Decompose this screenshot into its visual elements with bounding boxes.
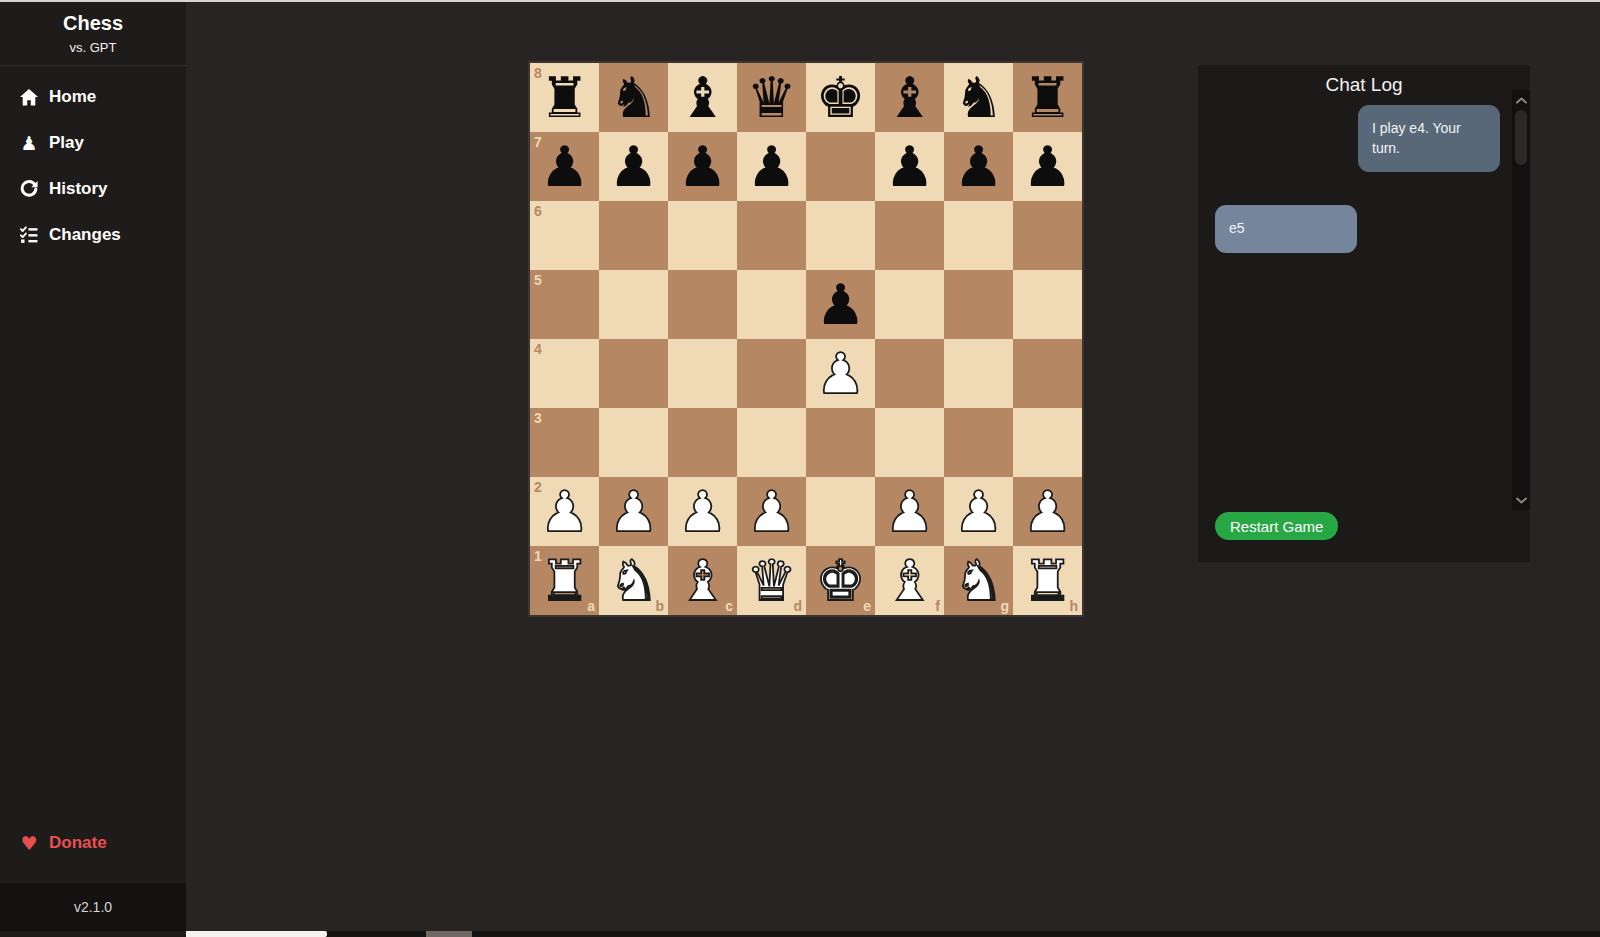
sidebar-item-history[interactable]: History [0,166,186,212]
square-a1[interactable]: 1a♜ [530,546,599,615]
version-strip: v2.1.0 [0,883,186,931]
app-title: Chess [0,12,186,35]
chat-panel: Chat Log I play e4. Your turn.e5 Restart… [1198,65,1530,562]
square-f5[interactable] [875,270,944,339]
square-e1[interactable]: e♚ [806,546,875,615]
sidebar-item-label: Home [49,87,96,107]
piece-black-rook: ♜ [1013,63,1082,132]
square-a6[interactable]: 6 [530,201,599,270]
piece-white-bishop: ♝ [875,546,944,615]
history-icon [19,180,39,198]
piece-white-king: ♚ [806,546,875,615]
piece-black-pawn: ♟ [944,132,1013,201]
square-a7[interactable]: 7♟ [530,132,599,201]
square-a4[interactable]: 4 [530,339,599,408]
rank-label: 5 [534,273,542,287]
square-h4[interactable] [1013,339,1082,408]
square-h7[interactable]: ♟ [1013,132,1082,201]
square-h6[interactable] [1013,201,1082,270]
square-c7[interactable]: ♟ [668,132,737,201]
piece-white-pawn: ♟ [599,477,668,546]
square-b7[interactable]: ♟ [599,132,668,201]
chat-scrollbar-thumb[interactable] [1515,110,1527,165]
piece-black-pawn: ♟ [737,132,806,201]
square-e7[interactable] [806,132,875,201]
square-e3[interactable] [806,408,875,477]
square-c1[interactable]: c♝ [668,546,737,615]
square-f1[interactable]: f♝ [875,546,944,615]
square-b4[interactable] [599,339,668,408]
piece-black-pawn: ♟ [1013,132,1082,201]
piece-white-rook: ♜ [1013,546,1082,615]
square-c4[interactable] [668,339,737,408]
square-d6[interactable] [737,201,806,270]
chat-scrollbar[interactable] [1512,90,1530,510]
piece-white-pawn: ♟ [668,477,737,546]
rank-label: 6 [534,204,542,218]
rank-label: 3 [534,411,542,425]
piece-black-pawn: ♟ [806,270,875,339]
square-g2[interactable]: ♟ [944,477,1013,546]
home-icon [19,88,39,106]
sidebar-item-label: History [49,179,108,199]
square-h5[interactable] [1013,270,1082,339]
square-b1[interactable]: b♞ [599,546,668,615]
piece-white-rook: ♜ [530,546,599,615]
piece-black-bishop: ♝ [668,63,737,132]
window-top-edge [0,0,1600,2]
square-g1[interactable]: g♞ [944,546,1013,615]
square-f3[interactable] [875,408,944,477]
donate-label: Donate [49,833,107,853]
sidebar-item-label: Changes [49,225,121,245]
square-a5[interactable]: 5 [530,270,599,339]
piece-white-pawn: ♟ [737,477,806,546]
chat-message-gpt: I play e4. Your turn. [1358,105,1500,172]
piece-white-queen: ♛ [737,546,806,615]
square-c5[interactable] [668,270,737,339]
square-c3[interactable] [668,408,737,477]
square-d4[interactable] [737,339,806,408]
square-f6[interactable] [875,201,944,270]
square-e4[interactable]: ♟ [806,339,875,408]
pawn-icon: ♟ [19,134,39,152]
rank-label: 4 [534,342,542,356]
chess-board: 8♜♞♝♛♚♝♞♜7♟♟♟♟♟♟♟65♟4♟32♟♟♟♟♟♟♟1a♜b♞c♝d♛… [530,63,1082,615]
scroll-up-icon[interactable] [1512,93,1530,107]
sidebar-nav: Home ♟ Play History [0,74,186,258]
sidebar-item-changes[interactable]: Changes [0,212,186,258]
piece-white-knight: ♞ [944,546,1013,615]
piece-black-queen: ♛ [737,63,806,132]
square-g8[interactable]: ♞ [944,63,1013,132]
square-b2[interactable]: ♟ [599,477,668,546]
square-b5[interactable] [599,270,668,339]
square-h8[interactable]: ♜ [1013,63,1082,132]
square-d5[interactable] [737,270,806,339]
square-f8[interactable]: ♝ [875,63,944,132]
square-a8[interactable]: 8♜ [530,63,599,132]
square-g7[interactable]: ♟ [944,132,1013,201]
chess-board-frame: 8♜♞♝♛♚♝♞♜7♟♟♟♟♟♟♟65♟4♟32♟♟♟♟♟♟♟1a♜b♞c♝d♛… [528,61,1084,617]
square-g3[interactable] [944,408,1013,477]
piece-black-rook: ♜ [530,63,599,132]
square-g4[interactable] [944,339,1013,408]
square-d7[interactable]: ♟ [737,132,806,201]
piece-white-knight: ♞ [599,546,668,615]
changes-icon [19,226,39,244]
piece-white-pawn: ♟ [875,477,944,546]
square-d2[interactable]: ♟ [737,477,806,546]
square-b8[interactable]: ♞ [599,63,668,132]
square-h2[interactable]: ♟ [1013,477,1082,546]
piece-black-knight: ♞ [944,63,1013,132]
square-a3[interactable]: 3 [530,408,599,477]
piece-black-king: ♚ [806,63,875,132]
square-d8[interactable]: ♛ [737,63,806,132]
version-text: v2.1.0 [74,899,112,915]
square-e6[interactable] [806,201,875,270]
sidebar-item-label: Play [49,133,84,153]
square-f4[interactable] [875,339,944,408]
square-d3[interactable] [737,408,806,477]
piece-black-pawn: ♟ [530,132,599,201]
square-e8[interactable]: ♚ [806,63,875,132]
chat-messages: I play e4. Your turn.e5 [1215,105,1500,253]
square-c2[interactable]: ♟ [668,477,737,546]
piece-white-bishop: ♝ [668,546,737,615]
square-d1[interactable]: d♛ [737,546,806,615]
square-h3[interactable] [1013,408,1082,477]
square-e2[interactable] [806,477,875,546]
square-g5[interactable] [944,270,1013,339]
horizontal-scrollbar-segment [426,931,472,937]
square-b6[interactable] [599,201,668,270]
piece-black-pawn: ♟ [599,132,668,201]
chat-message-user: e5 [1215,205,1357,253]
piece-white-pawn: ♟ [530,477,599,546]
square-e5[interactable]: ♟ [806,270,875,339]
piece-white-pawn: ♟ [806,339,875,408]
sidebar-item-home[interactable]: Home [0,74,186,120]
piece-black-pawn: ♟ [875,132,944,201]
square-f2[interactable]: ♟ [875,477,944,546]
square-c6[interactable] [668,201,737,270]
piece-black-knight: ♞ [599,63,668,132]
sidebar-header: Chess vs. GPT [0,0,186,66]
sidebar: Chess vs. GPT Home ♟ Play History [0,0,186,937]
square-a2[interactable]: 2♟ [530,477,599,546]
square-c8[interactable]: ♝ [668,63,737,132]
heart-icon: ♥ [19,834,39,852]
piece-black-bishop: ♝ [875,63,944,132]
scroll-down-icon[interactable] [1512,493,1530,507]
chat-log-title: Chat Log [1198,65,1530,96]
horizontal-scrollbar[interactable] [0,931,1600,937]
restart-game-button[interactable]: Restart Game [1215,512,1338,540]
piece-white-pawn: ♟ [944,477,1013,546]
piece-white-pawn: ♟ [1013,477,1082,546]
app-subtitle: vs. GPT [0,40,186,55]
square-g6[interactable] [944,201,1013,270]
square-h1[interactable]: h♜ [1013,546,1082,615]
sidebar-item-play[interactable]: ♟ Play [0,120,186,166]
piece-black-pawn: ♟ [668,132,737,201]
square-b3[interactable] [599,408,668,477]
donate-link[interactable]: ♥ Donate [0,820,186,866]
square-f7[interactable]: ♟ [875,132,944,201]
